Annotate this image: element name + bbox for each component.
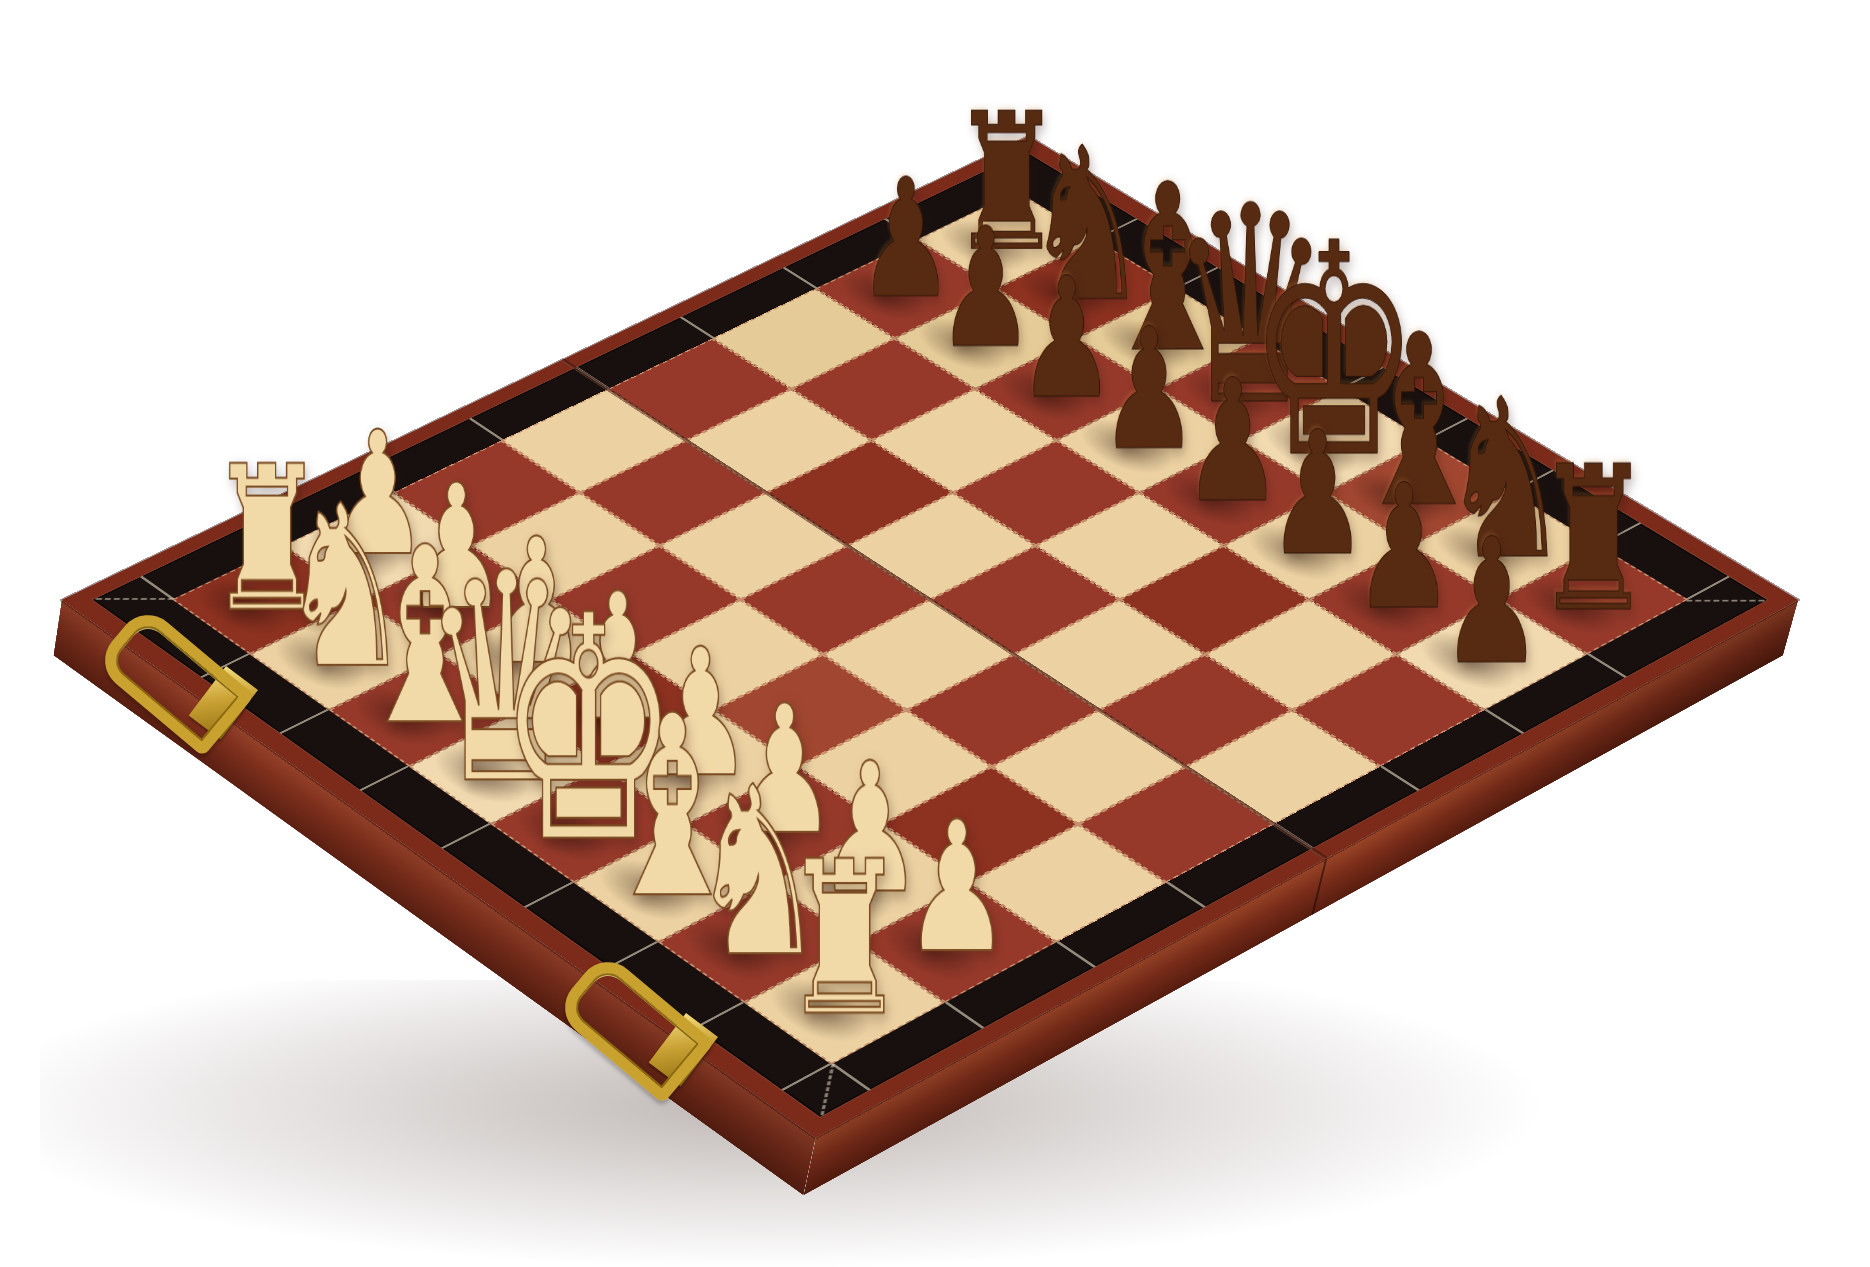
chess-board: ♜♞♝♛♚♝♞♜♟♟♟♟♟♟♟♟♟♟♟♟♟♟♟♟♜♞♝♛♚♝♞♜ [172, 191, 1688, 1064]
brass-clasp-left [78, 678, 268, 818]
square-f5 [1014, 600, 1205, 710]
case-side-fold-line [1311, 858, 1327, 916]
brass-clasp-bottom [538, 1025, 728, 1165]
scene: ♜♞♝♛♚♝♞♜♟♟♟♟♟♟♟♟♟♟♟♟♟♟♟♟♜♞♝♛♚♝♞♜ [0, 0, 1870, 1267]
corner-stitch-a1 [96, 598, 175, 600]
corner-stitch-h1 [821, 1064, 835, 1115]
corner-stitch-h8 [1686, 600, 1764, 602]
